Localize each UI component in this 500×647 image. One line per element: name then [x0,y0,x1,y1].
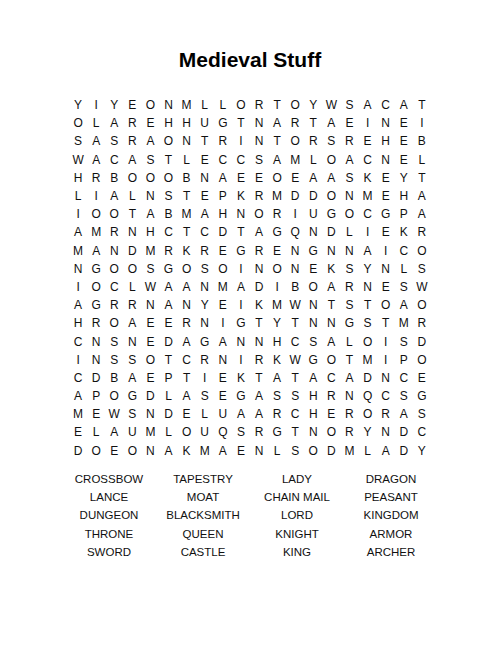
grid-cell[interactable]: A [340,151,358,169]
grid-cell[interactable]: C [69,369,87,387]
grid-cell[interactable]: R [159,242,177,260]
grid-cell[interactable]: A [123,151,141,169]
grid-cell[interactable]: T [123,205,141,223]
grid-cell[interactable]: P [214,187,232,205]
grid-cell[interactable]: I [377,332,395,350]
grid-cell[interactable]: S [232,423,250,441]
grid-cell[interactable]: A [322,114,340,132]
grid-cell[interactable]: N [340,187,358,205]
grid-cell[interactable]: R [340,278,358,296]
grid-cell[interactable]: U [304,205,322,223]
grid-cell[interactable]: E [377,278,395,296]
grid-cell[interactable]: R [250,242,268,260]
grid-cell[interactable]: H [377,132,395,150]
grid-cell[interactable]: H [304,405,322,423]
grid-cell[interactable]: E [322,405,340,423]
grid-cell[interactable]: E [178,405,196,423]
grid-cell[interactable]: G [123,387,141,405]
grid-cell[interactable]: E [69,423,87,441]
grid-cell[interactable]: K [232,187,250,205]
grid-cell[interactable]: O [105,260,123,278]
grid-cell[interactable]: U [196,423,214,441]
grid-cell[interactable]: C [105,151,123,169]
grid-cell[interactable]: H [214,205,232,223]
grid-cell[interactable]: H [304,387,322,405]
grid-cell[interactable]: N [322,314,340,332]
grid-cell[interactable]: G [377,205,395,223]
grid-cell[interactable]: T [286,314,304,332]
grid-cell[interactable]: A [214,169,232,187]
grid-cell[interactable]: S [340,96,358,114]
grid-cell[interactable]: S [268,387,286,405]
grid-cell[interactable]: T [268,96,286,114]
grid-cell[interactable]: A [304,169,322,187]
grid-cell[interactable]: O [178,423,196,441]
grid-cell[interactable]: N [196,278,214,296]
grid-cell[interactable]: T [322,296,340,314]
grid-cell[interactable]: P [395,205,413,223]
grid-cell[interactable]: Y [413,442,431,460]
grid-cell[interactable]: T [159,151,177,169]
grid-cell[interactable]: O [123,260,141,278]
grid-cell[interactable]: R [123,132,141,150]
grid-cell[interactable]: O [322,151,340,169]
grid-cell[interactable]: H [69,314,87,332]
grid-cell[interactable]: S [359,314,377,332]
grid-cell[interactable]: S [304,332,322,350]
grid-cell[interactable]: S [105,351,123,369]
grid-cell[interactable]: E [268,242,286,260]
grid-cell[interactable]: S [395,387,413,405]
grid-cell[interactable]: O [250,205,268,223]
grid-cell[interactable]: Y [268,314,286,332]
grid-cell[interactable]: C [377,387,395,405]
grid-cell[interactable]: N [123,332,141,350]
grid-cell[interactable]: M [359,351,377,369]
grid-cell[interactable]: K [178,242,196,260]
grid-cell[interactable]: A [141,132,159,150]
grid-cell[interactable]: A [322,332,340,350]
grid-cell[interactable]: C [69,332,87,350]
grid-cell[interactable]: O [159,132,177,150]
grid-cell[interactable]: E [286,169,304,187]
grid-cell[interactable]: O [87,442,105,460]
grid-cell[interactable]: L [395,260,413,278]
grid-cell[interactable]: W [69,151,87,169]
grid-cell[interactable]: O [141,96,159,114]
grid-cell[interactable]: I [413,114,431,132]
grid-cell[interactable]: T [413,169,431,187]
grid-cell[interactable]: A [214,332,232,350]
grid-cell[interactable]: G [196,332,214,350]
grid-cell[interactable]: R [123,296,141,314]
grid-cell[interactable]: R [123,114,141,132]
grid-cell[interactable]: S [141,151,159,169]
grid-cell[interactable]: E [214,369,232,387]
grid-cell[interactable]: Y [359,260,377,278]
grid-cell[interactable]: A [322,169,340,187]
grid-cell[interactable]: D [395,442,413,460]
grid-cell[interactable]: L [87,423,105,441]
grid-cell[interactable]: C [413,423,431,441]
grid-cell[interactable]: E [359,132,377,150]
grid-cell[interactable]: G [322,205,340,223]
grid-cell[interactable]: L [159,387,177,405]
grid-cell[interactable]: E [123,96,141,114]
grid-cell[interactable]: M [87,223,105,241]
grid-cell[interactable]: L [159,423,177,441]
grid-cell[interactable]: G [87,296,105,314]
grid-cell[interactable]: D [359,369,377,387]
grid-cell[interactable]: G [87,260,105,278]
grid-cell[interactable]: I [359,223,377,241]
grid-cell[interactable]: R [340,132,358,150]
grid-cell[interactable]: S [340,296,358,314]
grid-cell[interactable]: I [87,187,105,205]
grid-cell[interactable]: I [69,278,87,296]
grid-cell[interactable]: N [377,260,395,278]
grid-cell[interactable]: A [304,369,322,387]
grid-cell[interactable]: E [304,260,322,278]
grid-cell[interactable]: A [250,405,268,423]
grid-cell[interactable]: I [286,205,304,223]
grid-cell[interactable]: E [377,223,395,241]
grid-cell[interactable]: M [69,405,87,423]
grid-cell[interactable]: E [141,314,159,332]
grid-cell[interactable]: O [105,314,123,332]
grid-cell[interactable]: A [196,205,214,223]
grid-cell[interactable]: E [214,242,232,260]
grid-cell[interactable]: E [340,114,358,132]
grid-cell[interactable]: I [196,369,214,387]
grid-cell[interactable]: A [268,151,286,169]
grid-cell[interactable]: N [105,242,123,260]
grid-cell[interactable]: M [141,242,159,260]
grid-cell[interactable]: N [214,351,232,369]
grid-cell[interactable]: E [159,314,177,332]
grid-cell[interactable]: I [268,278,286,296]
grid-cell[interactable]: O [340,205,358,223]
grid-cell[interactable]: M [69,242,87,260]
grid-cell[interactable]: I [377,242,395,260]
grid-cell[interactable]: K [395,223,413,241]
grid-cell[interactable]: T [268,132,286,150]
grid-cell[interactable]: U [214,405,232,423]
grid-cell[interactable]: I [377,351,395,369]
grid-cell[interactable]: W [413,278,431,296]
grid-cell[interactable]: T [413,96,431,114]
grid-cell[interactable]: R [105,296,123,314]
grid-cell[interactable]: H [141,223,159,241]
grid-cell[interactable]: I [232,351,250,369]
grid-cell[interactable]: S [395,278,413,296]
grid-cell[interactable]: R [340,405,358,423]
grid-cell[interactable]: A [395,296,413,314]
grid-cell[interactable]: N [304,223,322,241]
grid-cell[interactable]: A [159,442,177,460]
grid-cell[interactable]: S [123,351,141,369]
grid-cell[interactable]: C [395,242,413,260]
grid-cell[interactable]: S [340,260,358,278]
grid-cell[interactable]: O [123,169,141,187]
grid-cell[interactable]: C [178,351,196,369]
grid-cell[interactable]: N [87,351,105,369]
grid-cell[interactable]: N [196,169,214,187]
grid-cell[interactable]: E [141,369,159,387]
grid-cell[interactable]: N [377,369,395,387]
grid-cell[interactable]: T [377,314,395,332]
grid-cell[interactable]: D [141,387,159,405]
grid-cell[interactable]: O [141,351,159,369]
grid-cell[interactable]: S [196,387,214,405]
grid-cell[interactable]: G [268,423,286,441]
grid-cell[interactable]: N [196,314,214,332]
grid-cell[interactable]: R [105,223,123,241]
grid-cell[interactable]: D [322,442,340,460]
grid-cell[interactable]: Y [196,296,214,314]
grid-cell[interactable]: N [250,114,268,132]
grid-cell[interactable]: N [159,96,177,114]
grid-cell[interactable]: L [340,332,358,350]
grid-cell[interactable]: T [232,114,250,132]
grid-cell[interactable]: N [340,387,358,405]
grid-cell[interactable]: S [395,332,413,350]
grid-cell[interactable]: N [377,151,395,169]
grid-cell[interactable]: M [359,187,377,205]
grid-cell[interactable]: E [141,114,159,132]
grid-cell[interactable]: R [304,132,322,150]
grid-cell[interactable]: G [232,242,250,260]
grid-cell[interactable]: A [87,151,105,169]
grid-cell[interactable]: A [377,442,395,460]
grid-cell[interactable]: I [214,314,232,332]
grid-cell[interactable]: N [123,223,141,241]
grid-cell[interactable]: L [359,442,377,460]
grid-cell[interactable]: S [322,132,340,150]
grid-cell[interactable]: R [250,423,268,441]
grid-cell[interactable]: B [413,132,431,150]
grid-cell[interactable]: R [377,405,395,423]
grid-cell[interactable]: G [413,387,431,405]
grid-cell[interactable]: A [105,187,123,205]
grid-cell[interactable]: N [286,242,304,260]
grid-cell[interactable]: T [178,369,196,387]
grid-cell[interactable]: A [87,132,105,150]
grid-cell[interactable]: I [232,296,250,314]
grid-cell[interactable]: D [69,442,87,460]
grid-cell[interactable]: O [87,278,105,296]
grid-cell[interactable]: D [159,332,177,350]
grid-cell[interactable]: N [377,114,395,132]
grid-cell[interactable]: B [105,169,123,187]
grid-cell[interactable]: A [69,296,87,314]
grid-cell[interactable]: N [250,132,268,150]
grid-cell[interactable]: A [413,205,431,223]
grid-cell[interactable]: A [250,223,268,241]
grid-cell[interactable]: L [178,151,196,169]
grid-cell[interactable]: D [286,187,304,205]
grid-cell[interactable]: D [413,332,431,350]
grid-cell[interactable]: M [214,278,232,296]
grid-cell[interactable]: N [178,132,196,150]
grid-cell[interactable]: T [178,223,196,241]
grid-cell[interactable]: S [413,405,431,423]
grid-cell[interactable]: N [141,296,159,314]
grid-cell[interactable]: N [141,405,159,423]
grid-cell[interactable]: O [159,169,177,187]
grid-cell[interactable]: K [268,351,286,369]
grid-cell[interactable]: P [395,351,413,369]
grid-cell[interactable]: C [377,96,395,114]
grid-cell[interactable]: O [359,332,377,350]
grid-cell[interactable]: B [286,278,304,296]
grid-cell[interactable]: M [286,151,304,169]
grid-cell[interactable]: E [395,114,413,132]
grid-cell[interactable]: Y [359,423,377,441]
grid-cell[interactable]: E [395,132,413,150]
grid-cell[interactable]: B [178,169,196,187]
grid-cell[interactable]: A [178,332,196,350]
grid-cell[interactable]: T [196,132,214,150]
grid-cell[interactable]: W [105,405,123,423]
grid-cell[interactable]: S [105,332,123,350]
grid-cell[interactable]: N [340,242,358,260]
grid-cell[interactable]: C [196,223,214,241]
grid-cell[interactable]: I [69,351,87,369]
grid-cell[interactable]: L [304,151,322,169]
grid-cell[interactable]: O [377,296,395,314]
grid-cell[interactable]: A [413,187,431,205]
grid-cell[interactable]: E [214,296,232,314]
grid-cell[interactable]: S [105,132,123,150]
grid-cell[interactable]: B [159,205,177,223]
grid-cell[interactable]: O [268,260,286,278]
grid-cell[interactable]: G [268,223,286,241]
grid-cell[interactable]: E [250,169,268,187]
grid-cell[interactable]: O [322,351,340,369]
grid-cell[interactable]: N [304,314,322,332]
grid-cell[interactable]: A [141,205,159,223]
grid-cell[interactable]: S [340,169,358,187]
grid-cell[interactable]: T [232,223,250,241]
grid-cell[interactable]: E [232,442,250,460]
grid-cell[interactable]: A [232,278,250,296]
grid-cell[interactable]: E [105,442,123,460]
grid-cell[interactable]: A [123,314,141,332]
grid-cell[interactable]: D [322,223,340,241]
grid-cell[interactable]: M [178,205,196,223]
grid-cell[interactable]: O [141,169,159,187]
grid-cell[interactable]: R [250,351,268,369]
grid-cell[interactable]: U [123,423,141,441]
grid-cell[interactable]: P [159,369,177,387]
grid-cell[interactable]: H [69,169,87,187]
grid-cell[interactable]: K [322,260,340,278]
grid-cell[interactable]: A [105,423,123,441]
grid-cell[interactable]: R [286,114,304,132]
grid-cell[interactable]: B [105,369,123,387]
grid-cell[interactable]: S [141,260,159,278]
grid-cell[interactable]: G [159,260,177,278]
grid-cell[interactable]: T [340,351,358,369]
grid-cell[interactable]: N [232,332,250,350]
grid-cell[interactable]: N [304,423,322,441]
grid-cell[interactable]: R [250,187,268,205]
grid-cell[interactable]: R [196,242,214,260]
grid-cell[interactable]: R [340,423,358,441]
grid-cell[interactable]: N [141,187,159,205]
grid-cell[interactable]: O [268,169,286,187]
grid-cell[interactable]: O [286,96,304,114]
grid-cell[interactable]: O [214,260,232,278]
grid-cell[interactable]: S [196,260,214,278]
grid-cell[interactable]: O [413,351,431,369]
grid-cell[interactable]: Q [214,423,232,441]
grid-cell[interactable]: O [232,96,250,114]
grid-cell[interactable]: N [250,332,268,350]
grid-cell[interactable]: A [69,387,87,405]
grid-cell[interactable]: N [87,332,105,350]
grid-cell[interactable]: Y [304,96,322,114]
grid-cell[interactable]: S [159,187,177,205]
grid-cell[interactable]: S [123,405,141,423]
grid-cell[interactable]: M [141,423,159,441]
grid-cell[interactable]: D [250,278,268,296]
grid-cell[interactable]: R [268,405,286,423]
grid-cell[interactable]: M [196,442,214,460]
grid-cell[interactable]: O [322,187,340,205]
grid-cell[interactable]: N [359,278,377,296]
grid-cell[interactable]: E [395,151,413,169]
grid-cell[interactable]: Q [286,223,304,241]
grid-cell[interactable]: E [196,187,214,205]
grid-cell[interactable]: G [214,114,232,132]
grid-cell[interactable]: R [322,387,340,405]
grid-cell[interactable]: E [413,369,431,387]
grid-cell[interactable]: C [159,223,177,241]
grid-cell[interactable]: D [87,369,105,387]
grid-cell[interactable]: O [322,423,340,441]
grid-cell[interactable]: O [105,387,123,405]
grid-cell[interactable]: S [69,132,87,150]
grid-cell[interactable]: A [322,278,340,296]
grid-cell[interactable]: A [268,369,286,387]
grid-cell[interactable]: M [340,442,358,460]
grid-cell[interactable]: R [250,96,268,114]
grid-cell[interactable]: A [359,242,377,260]
grid-cell[interactable]: Y [105,96,123,114]
grid-cell[interactable]: A [105,114,123,132]
grid-cell[interactable]: N [232,205,250,223]
grid-cell[interactable]: N [141,442,159,460]
grid-cell[interactable]: D [123,242,141,260]
grid-cell[interactable]: R [87,169,105,187]
grid-cell[interactable]: A [268,114,286,132]
grid-cell[interactable]: T [159,351,177,369]
grid-cell[interactable]: A [87,242,105,260]
grid-cell[interactable]: T [178,187,196,205]
grid-cell[interactable]: G [232,314,250,332]
grid-cell[interactable]: M [268,296,286,314]
grid-cell[interactable]: S [286,387,304,405]
grid-cell[interactable]: H [159,114,177,132]
grid-cell[interactable]: Y [69,96,87,114]
grid-cell[interactable]: O [286,132,304,150]
grid-cell[interactable]: L [196,405,214,423]
grid-cell[interactable]: N [286,260,304,278]
grid-cell[interactable]: G [232,387,250,405]
grid-cell[interactable]: E [214,387,232,405]
